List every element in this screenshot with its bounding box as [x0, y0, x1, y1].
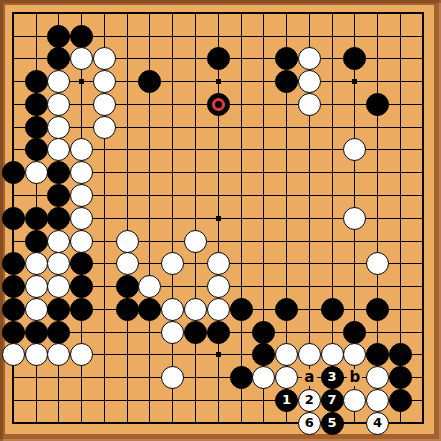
black-stone [343, 321, 366, 344]
white-stone [207, 275, 230, 298]
letter-label-a: a [302, 369, 317, 386]
black-stone [25, 116, 48, 139]
black-stone [2, 207, 25, 230]
white-stone [343, 207, 366, 230]
white-stone [93, 93, 116, 116]
white-stone [161, 321, 184, 344]
black-stone [25, 70, 48, 93]
letter-label-b: b [347, 369, 362, 386]
black-stone [47, 321, 70, 344]
star-point [79, 79, 84, 84]
white-stone [47, 230, 70, 253]
white-stone [93, 70, 116, 93]
red-circle-mark [212, 98, 225, 111]
black-stone [321, 298, 344, 321]
black-stone [25, 93, 48, 116]
white-stone [207, 298, 230, 321]
white-stone [366, 389, 389, 412]
grid-line-horizontal [12, 422, 424, 424]
white-stone-move-4: 4 [366, 412, 389, 435]
black-stone [116, 275, 139, 298]
black-stone [230, 366, 253, 389]
black-stone-move-3: 3 [321, 366, 344, 389]
grid-line-vertical [422, 12, 424, 424]
star-point [352, 79, 357, 84]
white-stone [25, 161, 48, 184]
black-stone [25, 230, 48, 253]
white-stone [70, 230, 93, 253]
white-stone [321, 343, 344, 366]
black-stone [2, 275, 25, 298]
black-stone [252, 321, 275, 344]
white-stone [47, 116, 70, 139]
black-stone [366, 298, 389, 321]
white-stone [116, 252, 139, 275]
white-stone [207, 252, 230, 275]
white-stone [25, 343, 48, 366]
white-stone [298, 93, 321, 116]
star-point [216, 79, 221, 84]
white-stone [93, 116, 116, 139]
grid-line-vertical [241, 12, 242, 424]
black-stone [116, 298, 139, 321]
black-stone [184, 321, 207, 344]
black-stone [25, 207, 48, 230]
white-stone [25, 298, 48, 321]
white-stone [184, 298, 207, 321]
black-stone [275, 298, 298, 321]
black-stone [366, 93, 389, 116]
black-stone [2, 298, 25, 321]
black-stone [230, 298, 253, 321]
black-stone-move-5: 5 [321, 412, 344, 435]
white-stone [161, 298, 184, 321]
white-stone-move-2: 2 [298, 389, 321, 412]
black-stone [2, 161, 25, 184]
white-stone [116, 230, 139, 253]
white-stone [25, 252, 48, 275]
black-stone [70, 298, 93, 321]
star-point [216, 216, 221, 221]
black-stone [389, 389, 412, 412]
white-stone [298, 70, 321, 93]
go-diagram: 3127654ab [0, 0, 441, 441]
black-stone [389, 366, 412, 389]
black-stone [47, 25, 70, 48]
white-stone [25, 275, 48, 298]
black-stone [25, 321, 48, 344]
white-stone [70, 207, 93, 230]
black-stone-move-7: 7 [321, 389, 344, 412]
black-stone [2, 321, 25, 344]
grid-line-horizontal [12, 377, 424, 378]
black-stone-move-1: 1 [275, 389, 298, 412]
black-stone [25, 138, 48, 161]
white-stone-move-6: 6 [298, 412, 321, 435]
marked-black-stone [207, 93, 230, 116]
black-stone [207, 321, 230, 344]
white-stone [184, 230, 207, 253]
star-point [216, 352, 221, 357]
black-stone [70, 25, 93, 48]
